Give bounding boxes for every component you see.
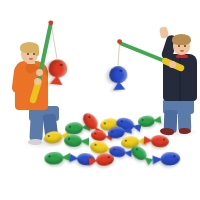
boy-left-hand [36, 69, 43, 76]
fish-tail [112, 81, 125, 90]
rod-tip-right [117, 39, 122, 44]
fish-tail [50, 75, 63, 85]
fish-eye [59, 63, 63, 66]
fish-tail [152, 116, 161, 124]
boy-right-red-collar [176, 55, 188, 58]
floor-green-fish [137, 114, 161, 127]
fish-tail [79, 137, 88, 145]
fish-tail [152, 155, 162, 164]
rod-tip-left [48, 20, 53, 25]
rod-shaft-right [121, 44, 167, 63]
hanging-blue-fish [108, 66, 128, 91]
floor-red-fish [143, 134, 169, 148]
floor-green-fish [63, 134, 89, 147]
boy-right-hair [172, 34, 191, 45]
boy-right-hand [169, 61, 176, 68]
boy-right-shoe [179, 128, 191, 134]
floor-blue-fish [152, 151, 180, 166]
fish-tail [143, 136, 153, 145]
boy-left-hair [35, 48, 39, 56]
boy-left-eye [33, 53, 35, 55]
boy-left-shoe [28, 139, 42, 145]
fish-tail [122, 126, 132, 135]
fish-tail [88, 156, 98, 165]
boy-right-eye [178, 45, 180, 47]
boy-left-leg [29, 116, 43, 142]
fish-tail [69, 154, 79, 163]
fishing-line-right [118, 43, 120, 66]
boy-left-hand [34, 78, 41, 85]
fish-eye [119, 69, 122, 71]
floor-green-fish [43, 151, 70, 165]
boy-right-eye [184, 45, 186, 47]
floor-green-fish [128, 143, 154, 167]
boy-left-eye [27, 53, 29, 55]
fishing-game-photo-scene [0, 0, 200, 200]
hanging-red-fish [46, 59, 67, 86]
fishing-line-left [51, 23, 57, 59]
